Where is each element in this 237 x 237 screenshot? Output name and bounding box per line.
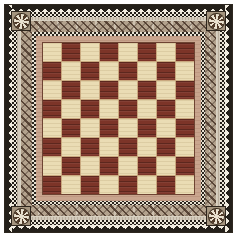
square-a5[interactable] — [43, 100, 61, 118]
square-e8[interactable] — [119, 43, 137, 61]
square-h4[interactable] — [176, 119, 194, 137]
square-d4[interactable] — [100, 119, 118, 137]
square-b4[interactable] — [62, 119, 80, 137]
square-e7[interactable] — [119, 62, 137, 80]
square-f3[interactable] — [138, 138, 156, 156]
square-h6[interactable] — [176, 81, 194, 99]
square-e2[interactable] — [119, 157, 137, 175]
square-f5[interactable] — [138, 100, 156, 118]
border-sawtooth-bottom — [5, 225, 232, 232]
square-a1[interactable] — [43, 176, 61, 194]
square-g7[interactable] — [157, 62, 175, 80]
chessboard-frame — [4, 4, 233, 233]
square-b6[interactable] — [62, 81, 80, 99]
square-f4[interactable] — [138, 119, 156, 137]
square-e6[interactable] — [119, 81, 137, 99]
square-f7[interactable] — [138, 62, 156, 80]
square-c8[interactable] — [81, 43, 99, 61]
square-b2[interactable] — [62, 157, 80, 175]
square-d7[interactable] — [100, 62, 118, 80]
square-g2[interactable] — [157, 157, 175, 175]
square-a7[interactable] — [43, 62, 61, 80]
square-b1[interactable] — [62, 176, 80, 194]
square-h1[interactable] — [176, 176, 194, 194]
border-sawtooth-left — [5, 5, 12, 232]
square-h5[interactable] — [176, 100, 194, 118]
playing-field — [42, 42, 195, 195]
square-c6[interactable] — [81, 81, 99, 99]
square-a8[interactable] — [43, 43, 61, 61]
square-c7[interactable] — [81, 62, 99, 80]
square-e3[interactable] — [119, 138, 137, 156]
square-d1[interactable] — [100, 176, 118, 194]
corner-rosette-icon — [206, 206, 226, 226]
square-c2[interactable] — [81, 157, 99, 175]
square-c1[interactable] — [81, 176, 99, 194]
square-e1[interactable] — [119, 176, 137, 194]
border-sawtooth-right — [225, 5, 232, 232]
square-c3[interactable] — [81, 138, 99, 156]
corner-rosette-icon — [11, 11, 31, 31]
board-photo — [0, 0, 237, 237]
square-g6[interactable] — [157, 81, 175, 99]
square-d8[interactable] — [100, 43, 118, 61]
square-a2[interactable] — [43, 157, 61, 175]
square-h7[interactable] — [176, 62, 194, 80]
square-f2[interactable] — [138, 157, 156, 175]
square-b5[interactable] — [62, 100, 80, 118]
square-g4[interactable] — [157, 119, 175, 137]
square-f6[interactable] — [138, 81, 156, 99]
square-c4[interactable] — [81, 119, 99, 137]
square-g8[interactable] — [157, 43, 175, 61]
square-a4[interactable] — [43, 119, 61, 137]
square-h2[interactable] — [176, 157, 194, 175]
square-b8[interactable] — [62, 43, 80, 61]
square-b3[interactable] — [62, 138, 80, 156]
square-g1[interactable] — [157, 176, 175, 194]
square-a3[interactable] — [43, 138, 61, 156]
square-e5[interactable] — [119, 100, 137, 118]
corner-rosette-icon — [11, 206, 31, 226]
square-d3[interactable] — [100, 138, 118, 156]
square-e4[interactable] — [119, 119, 137, 137]
square-h3[interactable] — [176, 138, 194, 156]
square-d5[interactable] — [100, 100, 118, 118]
square-d6[interactable] — [100, 81, 118, 99]
square-g3[interactable] — [157, 138, 175, 156]
square-g5[interactable] — [157, 100, 175, 118]
square-f1[interactable] — [138, 176, 156, 194]
corner-rosette-icon — [206, 11, 226, 31]
square-h8[interactable] — [176, 43, 194, 61]
square-d2[interactable] — [100, 157, 118, 175]
square-c5[interactable] — [81, 100, 99, 118]
square-f8[interactable] — [138, 43, 156, 61]
square-b7[interactable] — [62, 62, 80, 80]
border-sawtooth-top — [5, 5, 232, 12]
square-a6[interactable] — [43, 81, 61, 99]
